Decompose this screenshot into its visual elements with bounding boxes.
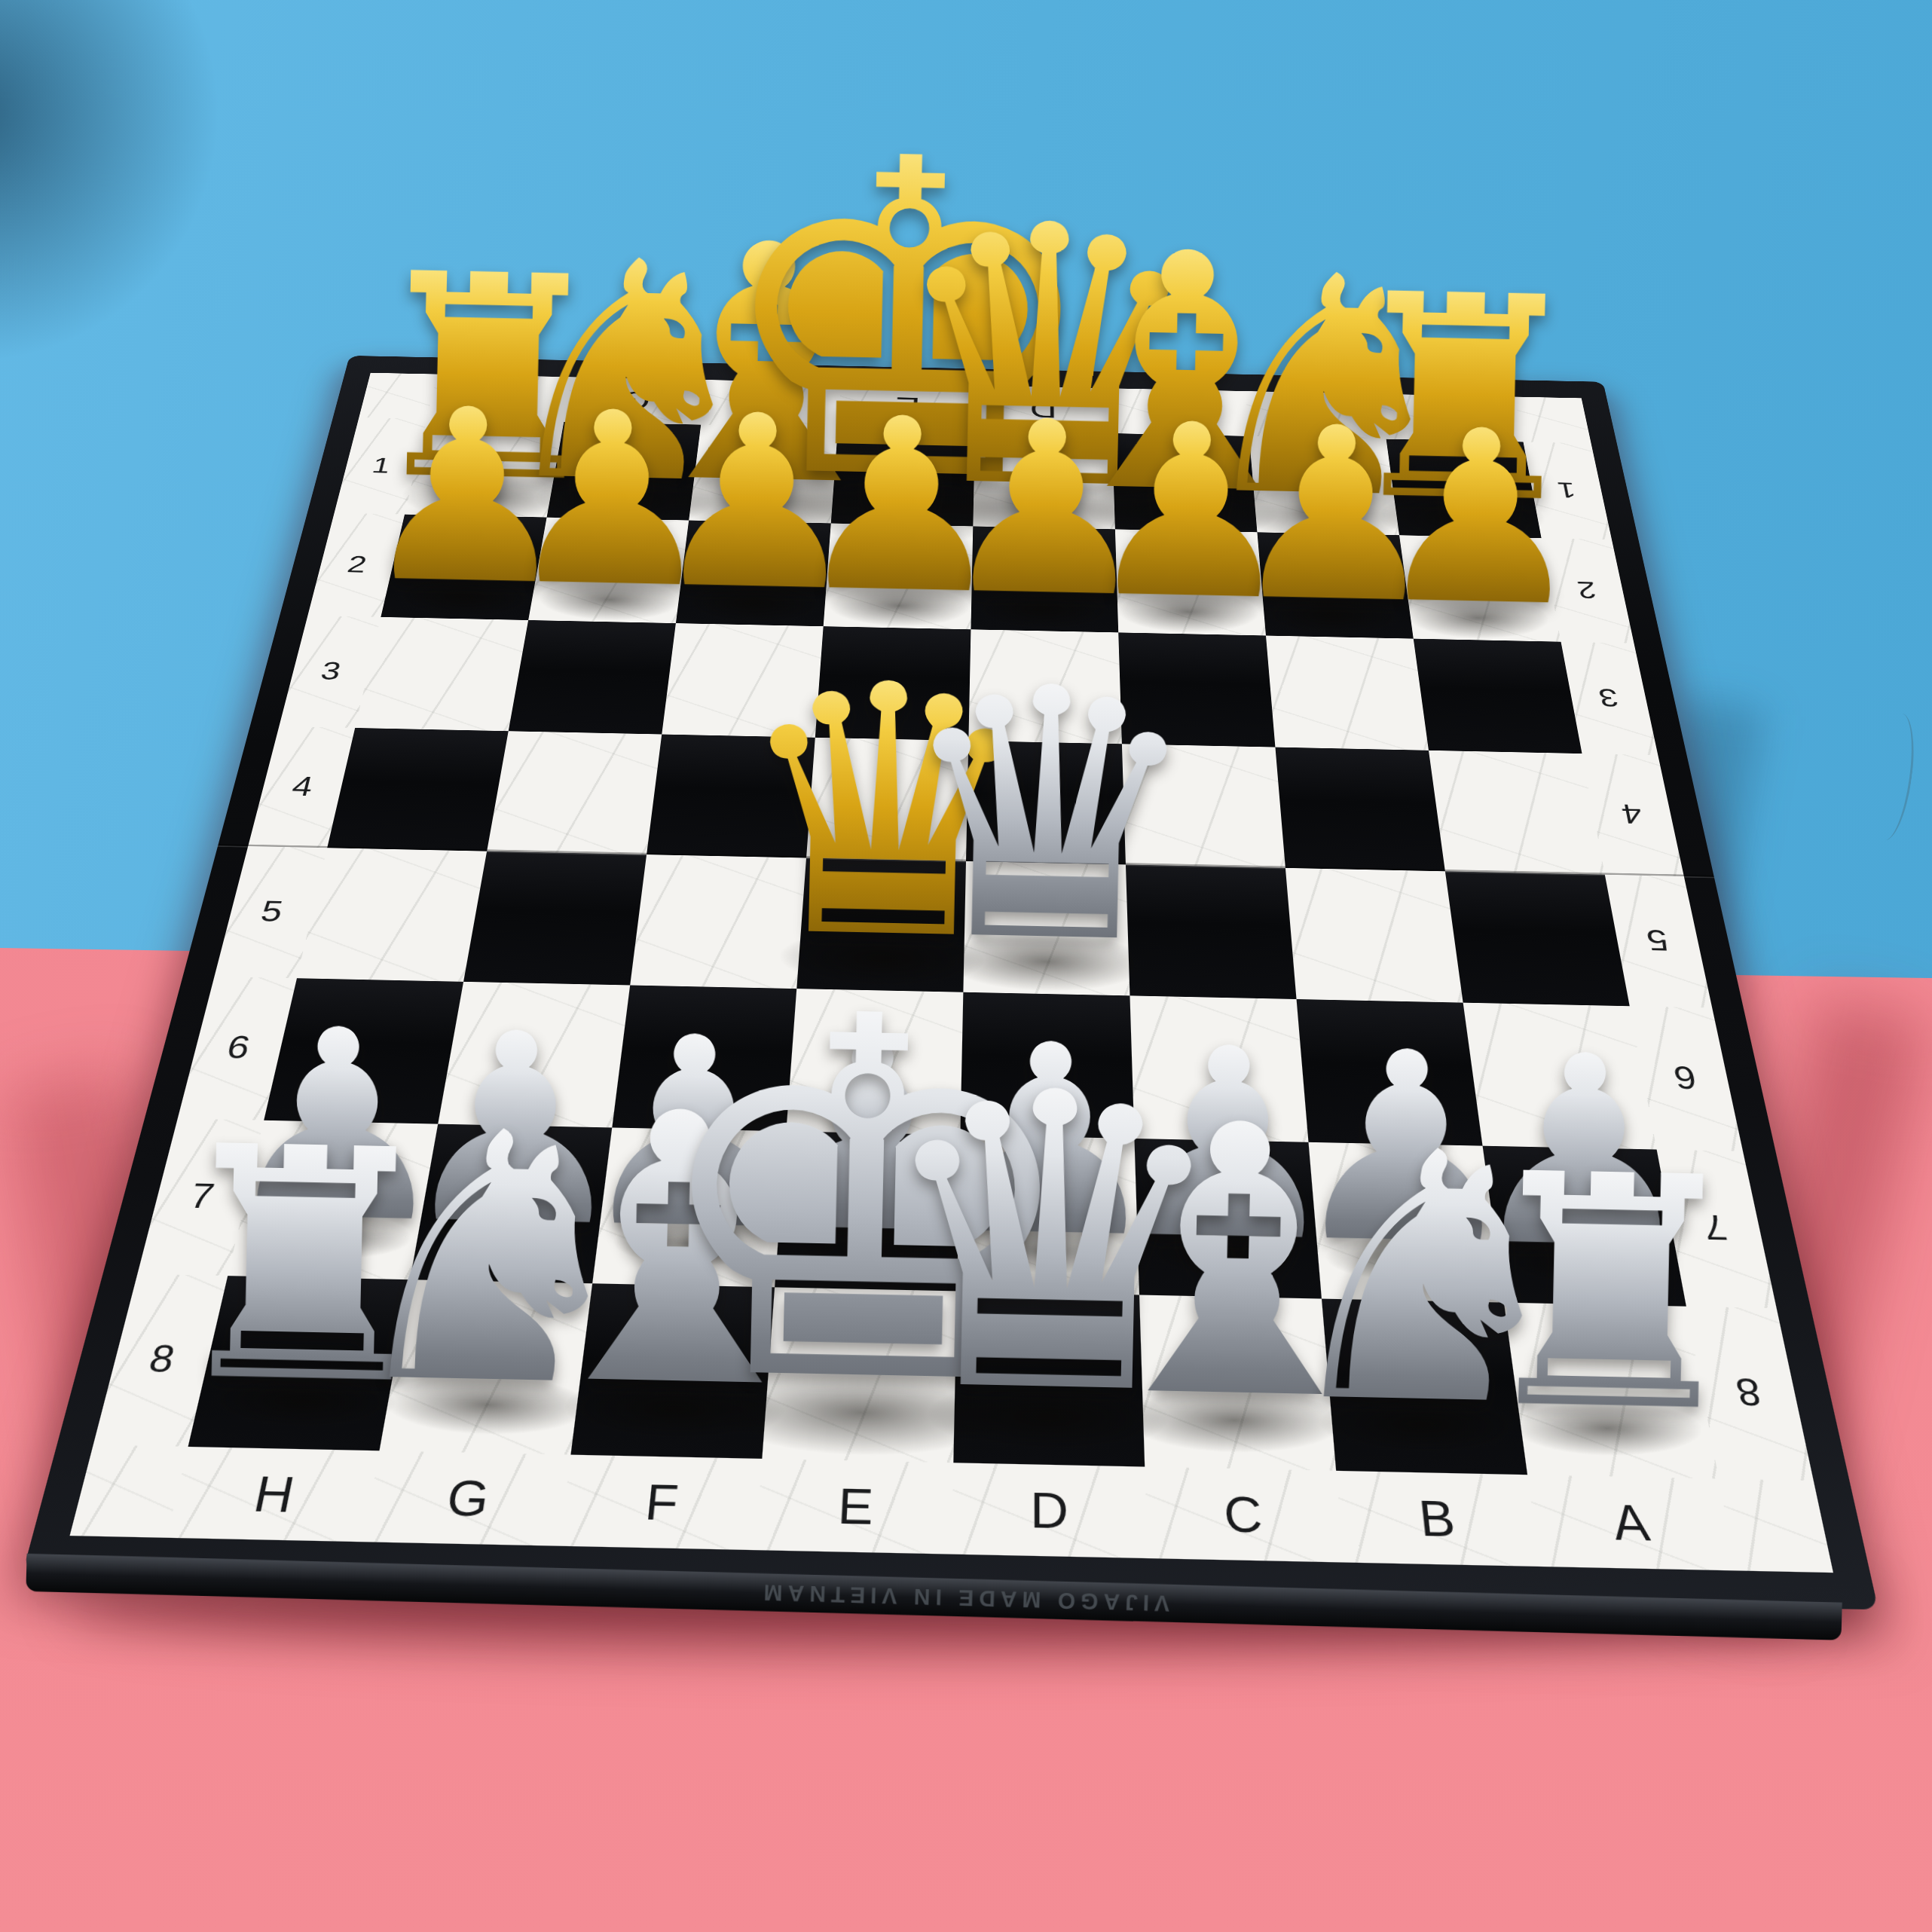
square-a4[interactable] bbox=[1429, 750, 1605, 875]
square-c1[interactable] bbox=[1112, 433, 1258, 532]
file-label-bottom-G: G bbox=[363, 1451, 571, 1545]
file-label-top-D: D bbox=[975, 386, 1112, 434]
square-e4[interactable] bbox=[806, 738, 968, 861]
square-f8[interactable] bbox=[570, 1283, 775, 1459]
square-f5[interactable] bbox=[630, 854, 806, 989]
file-label-top-F: F bbox=[701, 380, 841, 427]
square-a6[interactable] bbox=[1463, 1003, 1657, 1150]
square-h6[interactable] bbox=[264, 978, 463, 1123]
square-g3[interactable] bbox=[509, 620, 676, 735]
file-label-top-A: A bbox=[1380, 394, 1523, 442]
square-c6[interactable] bbox=[1130, 995, 1308, 1142]
square-a2[interactable] bbox=[1399, 535, 1561, 641]
square-h8[interactable] bbox=[188, 1276, 411, 1451]
file-label-bottom-F: F bbox=[559, 1455, 762, 1551]
square-a1[interactable] bbox=[1386, 439, 1542, 539]
square-h3[interactable] bbox=[355, 617, 528, 731]
square-d6[interactable] bbox=[960, 992, 1134, 1139]
file-label-top-B: B bbox=[1246, 391, 1386, 439]
square-b7[interactable] bbox=[1308, 1142, 1503, 1303]
square-g7[interactable] bbox=[410, 1124, 612, 1284]
file-label-top-C: C bbox=[1111, 388, 1249, 436]
board-grid: HGFEDCBA1122334455667788HGFEDCBA bbox=[70, 373, 1833, 1573]
square-a7[interactable] bbox=[1483, 1146, 1686, 1307]
file-label-bottom-A: A bbox=[1527, 1475, 1736, 1570]
square-g2[interactable] bbox=[528, 518, 689, 624]
square-h7[interactable] bbox=[228, 1120, 438, 1279]
square-f7[interactable] bbox=[592, 1127, 786, 1287]
square-g8[interactable] bbox=[379, 1279, 592, 1454]
file-label-top-G: G bbox=[564, 377, 706, 424]
square-f6[interactable] bbox=[612, 985, 796, 1131]
border-corner bbox=[359, 373, 437, 419]
square-b4[interactable] bbox=[1275, 747, 1444, 872]
square-b6[interactable] bbox=[1297, 999, 1483, 1146]
square-b3[interactable] bbox=[1266, 636, 1429, 750]
board-perspective-scene: HGFEDCBA1122334455667788HGFEDCBA bbox=[202, 97, 1729, 1625]
square-c5[interactable] bbox=[1126, 864, 1297, 999]
square-h1[interactable] bbox=[405, 419, 564, 518]
border-corner bbox=[1719, 1479, 1833, 1573]
square-e8[interactable] bbox=[762, 1287, 957, 1463]
file-label-bottom-C: C bbox=[1145, 1467, 1344, 1563]
file-label-top-H: H bbox=[426, 374, 572, 422]
square-a3[interactable] bbox=[1414, 639, 1582, 754]
border-corner bbox=[1515, 397, 1591, 444]
square-c4[interactable] bbox=[1122, 744, 1285, 868]
square-f1[interactable] bbox=[689, 425, 838, 524]
square-g1[interactable] bbox=[547, 422, 702, 521]
square-e5[interactable] bbox=[796, 858, 966, 992]
square-e6[interactable] bbox=[786, 989, 963, 1135]
square-g5[interactable] bbox=[463, 851, 647, 986]
square-h4[interactable] bbox=[327, 728, 509, 851]
square-c3[interactable] bbox=[1118, 632, 1275, 747]
square-e2[interactable] bbox=[824, 523, 974, 629]
square-b5[interactable] bbox=[1285, 868, 1463, 1003]
square-d7[interactable] bbox=[957, 1135, 1139, 1295]
file-label-bottom-H: H bbox=[167, 1447, 379, 1542]
square-d8[interactable] bbox=[953, 1291, 1145, 1466]
square-e3[interactable] bbox=[815, 626, 971, 741]
file-label-bottom-B: B bbox=[1336, 1471, 1540, 1567]
square-a8[interactable] bbox=[1504, 1303, 1719, 1479]
square-g6[interactable] bbox=[438, 982, 630, 1128]
square-f3[interactable] bbox=[662, 623, 823, 738]
square-a5[interactable] bbox=[1445, 871, 1630, 1006]
square-b2[interactable] bbox=[1257, 532, 1413, 638]
square-f2[interactable] bbox=[676, 521, 831, 627]
square-c7[interactable] bbox=[1134, 1139, 1322, 1299]
square-c8[interactable] bbox=[1139, 1295, 1336, 1470]
square-d1[interactable] bbox=[973, 430, 1115, 529]
file-label-top-E: E bbox=[838, 383, 976, 430]
square-e1[interactable] bbox=[831, 427, 975, 526]
square-b8[interactable] bbox=[1322, 1299, 1527, 1475]
chessboard-stage: HGFEDCBA1122334455667788HGFEDCBA VIJAGO … bbox=[0, 0, 1932, 1932]
square-f4[interactable] bbox=[647, 735, 815, 858]
square-d5[interactable] bbox=[963, 861, 1130, 995]
square-c2[interactable] bbox=[1115, 529, 1266, 635]
square-h5[interactable] bbox=[297, 848, 487, 982]
rim-brand-text: VIJAGO MADE IN VIETNAM bbox=[758, 1579, 1169, 1616]
square-g4[interactable] bbox=[487, 731, 662, 854]
file-label-bottom-D: D bbox=[952, 1463, 1148, 1558]
square-d4[interactable] bbox=[966, 741, 1126, 864]
file-label-bottom-E: E bbox=[755, 1459, 953, 1554]
square-e7[interactable] bbox=[775, 1131, 960, 1291]
square-d2[interactable] bbox=[971, 526, 1118, 632]
square-h2[interactable] bbox=[381, 515, 546, 620]
chessboard: HGFEDCBA1122334455667788HGFEDCBA bbox=[23, 356, 1879, 1609]
square-d3[interactable] bbox=[968, 629, 1122, 744]
square-b1[interactable] bbox=[1249, 436, 1399, 535]
